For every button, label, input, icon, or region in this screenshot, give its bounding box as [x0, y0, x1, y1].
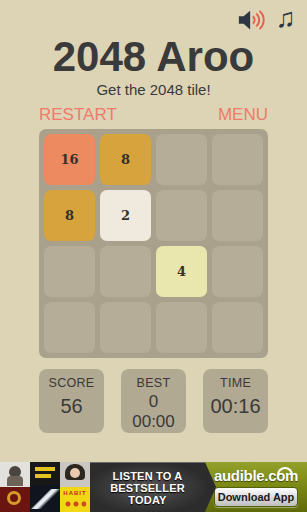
book-cover-woman [60, 462, 90, 487]
control-bar: RESTART MENU [39, 106, 268, 124]
tile-2-r2c2: 2 [100, 190, 151, 241]
tile-8-r1c2: 8 [100, 134, 151, 185]
tile-16-r1c1: 16 [44, 134, 95, 185]
empty-cell-r3c2 [100, 246, 151, 297]
music-toggle-icon[interactable]: ♫ [276, 6, 296, 30]
score-value: 56 [60, 394, 82, 418]
empty-cell-r4c3 [156, 302, 207, 353]
time-label: TIME [220, 376, 251, 391]
best-value: 0 [149, 392, 158, 411]
scoreboard: SCORE 56 BEST 0 00:00 TIME 00:16 [39, 369, 268, 433]
empty-cell-r3c1 [44, 246, 95, 297]
best-time-value: 00:00 [132, 412, 175, 431]
score-panel: SCORE 56 [39, 369, 104, 433]
book-cover-maroon-ring [0, 487, 30, 512]
empty-cell-r1c4 [212, 134, 263, 185]
book-title-habit: HABIT [60, 490, 90, 496]
top-icon-bar: ♫ [0, 0, 307, 34]
sound-toggle-icon[interactable] [237, 8, 267, 32]
empty-cell-r1c3 [156, 134, 207, 185]
empty-cell-r4c1 [44, 302, 95, 353]
ad-arrow-shape [205, 462, 216, 512]
empty-cell-r2c4 [212, 190, 263, 241]
book-cover-dark-yellow-text [30, 462, 60, 485]
score-label: SCORE [49, 376, 95, 391]
board[interactable]: 168824 [39, 129, 268, 358]
page-subtitle: Get the 2048 tile! [0, 81, 307, 99]
time-panel: TIME 00:16 [203, 369, 268, 433]
restart-button[interactable]: RESTART [39, 106, 117, 124]
ad-headline[interactable]: LISTEN TO A BESTSELLER TODAY [90, 462, 205, 512]
ad-headline-line1: LISTEN TO A [112, 470, 182, 482]
empty-cell-r4c4 [212, 302, 263, 353]
tile-8-r2c1: 8 [44, 190, 95, 241]
ad-headline-line3: TODAY [128, 494, 166, 506]
ad-headline-line2: BESTSELLER [110, 482, 185, 494]
download-app-button[interactable]: Download App [214, 487, 298, 507]
page-title: 2048 Aroo [0, 35, 307, 79]
best-label: BEST [137, 376, 171, 391]
time-value: 00:16 [210, 394, 260, 418]
empty-cell-r3c4 [212, 246, 263, 297]
tile-4-r3c3: 4 [156, 246, 207, 297]
empty-cell-r4c2 [100, 302, 151, 353]
book-cover-portrait [0, 462, 30, 487]
best-panel: BEST 0 00:00 [121, 369, 186, 433]
empty-cell-r2c3 [156, 190, 207, 241]
ad-book-covers[interactable]: HABIT [0, 462, 90, 512]
ad-brand-area[interactable]: audible.com Download App [205, 462, 307, 512]
book-cover-habit: HABIT [60, 487, 90, 512]
ad-banner[interactable]: HABIT LISTEN TO A BESTSELLER TODAY audib… [0, 462, 307, 512]
menu-button[interactable]: MENU [218, 106, 268, 124]
book-cover-dancer [30, 485, 60, 512]
